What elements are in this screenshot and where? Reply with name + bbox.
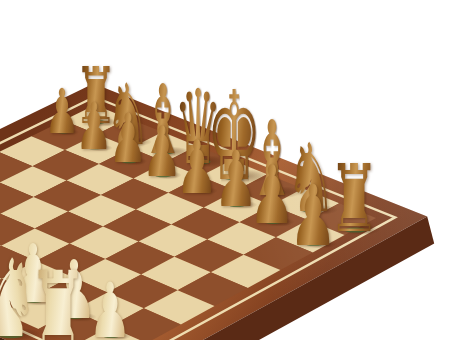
p-glyph: ♟ bbox=[289, 174, 337, 258]
r-glyph: ♜ bbox=[27, 257, 89, 340]
chess-set-photo: ♜♟♞♟♝♟♛♟♚♟♝♟♞♟♜♟♟♟♞♟♜ bbox=[0, 0, 450, 340]
